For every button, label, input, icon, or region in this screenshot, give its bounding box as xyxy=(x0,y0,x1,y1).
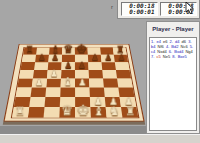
square-b7[interactable]: ♟ xyxy=(35,55,49,63)
square-g5[interactable] xyxy=(102,70,117,78)
chess-board[interactable]: ♜♝♛♚♜♟♟♟♟♟♟♟♟♟♝♟♟♟♟♜♛♚♝♞♜ xyxy=(11,47,140,118)
clock-panel-grip-icon: r xyxy=(111,4,113,10)
mouse-cursor-icon xyxy=(185,2,197,16)
square-f1[interactable]: ♝ xyxy=(90,107,106,118)
square-c4[interactable] xyxy=(46,79,61,88)
white-clock-move: 0:00:01 xyxy=(122,9,157,15)
black-queen[interactable]: ♛ xyxy=(62,44,75,55)
square-a1[interactable]: ♜ xyxy=(12,107,29,118)
square-e1[interactable]: ♚ xyxy=(75,107,91,118)
square-d8[interactable]: ♛ xyxy=(62,47,75,54)
square-g1[interactable]: ♞ xyxy=(106,107,123,118)
players-label: Player - Player xyxy=(147,26,199,32)
square-c7[interactable]: ♟ xyxy=(48,55,62,63)
square-g6[interactable] xyxy=(102,62,116,70)
square-a6[interactable] xyxy=(20,62,35,70)
white-pawn[interactable]: ♟ xyxy=(32,78,46,87)
white-pawn[interactable]: ♟ xyxy=(47,70,61,79)
square-h4[interactable] xyxy=(117,79,133,88)
move-token[interactable]: Bxe5 xyxy=(178,54,187,59)
white-pawn[interactable]: ♟ xyxy=(75,78,89,87)
square-c5[interactable]: ♟ xyxy=(47,70,61,78)
square-b2[interactable] xyxy=(29,97,45,107)
white-bishop[interactable]: ♝ xyxy=(91,105,107,117)
square-b1[interactable] xyxy=(28,107,45,118)
move-list[interactable]: 1. e4 e6 2. d4 d6 3. b4 Nf6 4. Bd2 Nc6 5… xyxy=(149,37,197,131)
square-e4[interactable]: ♟ xyxy=(75,79,89,88)
square-d3[interactable] xyxy=(60,88,75,97)
white-queen[interactable]: ♛ xyxy=(59,104,75,118)
white-rook[interactable]: ♜ xyxy=(12,106,28,117)
black-pawn[interactable]: ♟ xyxy=(35,54,48,63)
square-e3[interactable] xyxy=(75,88,90,97)
black-pawn[interactable]: ♟ xyxy=(115,54,128,63)
square-d6[interactable]: ♟ xyxy=(61,62,75,70)
white-king[interactable]: ♚ xyxy=(75,103,91,118)
square-f7[interactable]: ♟ xyxy=(88,55,102,63)
board-scene: ♜♝♛♚♜♟♟♟♟♟♟♟♟♟♝♟♟♟♟♜♛♚♝♞♜ xyxy=(0,0,147,134)
square-e6[interactable]: ♟ xyxy=(75,62,89,70)
black-pawn[interactable]: ♟ xyxy=(88,54,101,63)
square-a3[interactable] xyxy=(16,88,32,97)
square-c1[interactable] xyxy=(44,107,60,118)
black-pawn[interactable]: ♟ xyxy=(75,61,89,70)
square-c2[interactable] xyxy=(45,97,61,107)
square-b4[interactable]: ♟ xyxy=(32,79,47,88)
square-d4[interactable]: ♝ xyxy=(61,79,75,88)
square-f6[interactable] xyxy=(88,62,102,70)
square-h5[interactable] xyxy=(116,70,131,78)
square-a7[interactable] xyxy=(22,55,36,63)
square-g7[interactable]: ♟ xyxy=(101,55,115,63)
square-f5[interactable] xyxy=(89,70,103,78)
white-rook[interactable]: ♜ xyxy=(122,106,138,117)
move-token[interactable]: Ne5 xyxy=(163,54,172,59)
square-h1[interactable]: ♜ xyxy=(121,107,138,118)
white-bishop[interactable]: ♝ xyxy=(61,76,75,87)
status-bar xyxy=(0,134,200,143)
square-g4[interactable] xyxy=(103,79,118,88)
black-king[interactable]: ♚ xyxy=(75,43,88,55)
square-f4[interactable] xyxy=(89,79,104,88)
board-3d-tilt: ♜♝♛♚♜♟♟♟♟♟♟♟♟♟♝♟♟♟♟♜♛♚♝♞♜ xyxy=(3,44,144,121)
game-info-panel: Player - Player 1. e4 e6 2. d4 d6 3. b4 … xyxy=(146,21,200,134)
board-frame: ♜♝♛♚♜♟♟♟♟♟♟♟♟♟♝♟♟♟♟♜♛♚♝♞♜ xyxy=(3,44,144,121)
white-knight[interactable]: ♞ xyxy=(107,105,123,117)
square-h7[interactable]: ♟ xyxy=(114,55,128,63)
white-clock: 0:00:18 0:00:01 xyxy=(121,2,158,16)
square-h6[interactable] xyxy=(115,62,130,70)
table-front-band xyxy=(0,126,147,134)
black-pawn[interactable]: ♟ xyxy=(48,54,61,63)
square-e8[interactable]: ♚ xyxy=(75,47,88,54)
square-a4[interactable] xyxy=(17,79,33,88)
black-pawn[interactable]: ♟ xyxy=(61,61,75,70)
square-b3[interactable] xyxy=(31,88,47,97)
square-c3[interactable] xyxy=(45,88,60,97)
black-pawn[interactable]: ♟ xyxy=(102,54,115,63)
square-d1[interactable]: ♛ xyxy=(59,107,75,118)
chess-app-window: ♜♝♛♚♜♟♟♟♟♟♟♟♟♟♝♟♟♟♟♜♛♚♝♞♜ r 0:00:18 0:00… xyxy=(0,0,200,143)
